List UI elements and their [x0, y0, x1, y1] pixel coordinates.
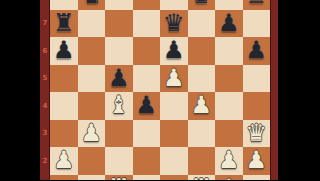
white-pawn: ♟	[80, 120, 102, 148]
square-a1	[50, 175, 78, 181]
square-b5	[78, 65, 106, 93]
square-g1: ♚	[215, 175, 243, 181]
rank-label-3: 3	[40, 128, 50, 138]
square-g2: ♟	[215, 147, 243, 175]
square-c7	[105, 10, 133, 38]
black-knight: ♞	[80, 0, 102, 10]
square-h6: ♟	[243, 37, 271, 65]
square-f2	[188, 147, 216, 175]
square-a2: ♟	[50, 147, 78, 175]
square-e3	[160, 120, 188, 148]
white-pawn: ♟	[53, 147, 75, 175]
square-g3	[215, 120, 243, 148]
square-f4: ♟	[188, 92, 216, 120]
square-b4	[78, 92, 106, 120]
white-pawn: ♟	[245, 147, 267, 175]
white-bishop: ♝	[108, 92, 130, 120]
square-g6	[215, 37, 243, 65]
square-b2	[78, 147, 106, 175]
square-e1	[160, 175, 188, 181]
square-d6	[133, 37, 161, 65]
black-pawn: ♟	[218, 10, 240, 38]
square-b6	[78, 37, 106, 65]
square-c1: ♜	[105, 175, 133, 181]
square-h8: ♜	[243, 0, 271, 10]
black-pawn: ♟	[53, 37, 75, 65]
square-h2: ♟	[243, 147, 271, 175]
square-a5	[50, 65, 78, 93]
white-rook: ♜	[108, 175, 130, 181]
square-h5	[243, 65, 271, 93]
square-b3: ♟	[78, 120, 106, 148]
letterbox-stage: ♞♚♜♜♛♟♟♟♟♟♟♝♟♟♟♛♟♟♟♜♜♚ 765432	[0, 0, 320, 180]
square-d3	[133, 120, 161, 148]
square-a3	[50, 120, 78, 148]
black-rook: ♜	[245, 0, 267, 10]
white-queen: ♛	[245, 120, 267, 148]
square-d4: ♟	[133, 92, 161, 120]
square-f6	[188, 37, 216, 65]
black-rook: ♜	[53, 10, 75, 38]
square-a4	[50, 92, 78, 120]
rank-label-5: 5	[40, 73, 50, 83]
white-king: ♚	[218, 175, 240, 181]
square-d1	[133, 175, 161, 181]
square-b8: ♞	[78, 0, 106, 10]
square-g4	[215, 92, 243, 120]
black-king: ♚	[190, 0, 212, 10]
square-c6	[105, 37, 133, 65]
rank-label-4: 4	[40, 101, 50, 111]
rank-label-6: 6	[40, 46, 50, 56]
rank-label-2: 2	[40, 156, 50, 166]
white-pawn: ♟	[163, 65, 185, 93]
square-b7	[78, 10, 106, 38]
black-pawn: ♟	[245, 37, 267, 65]
square-a7: ♜	[50, 10, 78, 38]
square-f7	[188, 10, 216, 38]
square-f5	[188, 65, 216, 93]
square-e7: ♛	[160, 10, 188, 38]
white-pawn: ♟	[190, 92, 212, 120]
rank-label-7: 7	[40, 18, 50, 28]
board-frame: ♞♚♜♜♛♟♟♟♟♟♟♝♟♟♟♛♟♟♟♜♜♚ 765432	[40, 0, 278, 180]
square-d2	[133, 147, 161, 175]
square-d7	[133, 10, 161, 38]
square-f3	[188, 120, 216, 148]
square-d8	[133, 0, 161, 10]
black-queen: ♛	[163, 10, 185, 38]
frame-right-edge	[270, 0, 271, 180]
square-d5	[133, 65, 161, 93]
square-c8	[105, 0, 133, 10]
square-c4: ♝	[105, 92, 133, 120]
square-g5	[215, 65, 243, 93]
square-b1	[78, 175, 106, 181]
square-c5: ♟	[105, 65, 133, 93]
chess-board: ♞♚♜♜♛♟♟♟♟♟♟♝♟♟♟♛♟♟♟♜♜♚	[50, 0, 270, 180]
square-h4	[243, 92, 271, 120]
square-f1: ♜	[188, 175, 216, 181]
square-h3: ♛	[243, 120, 271, 148]
square-e2	[160, 147, 188, 175]
square-g7: ♟	[215, 10, 243, 38]
square-a6: ♟	[50, 37, 78, 65]
white-rook: ♜	[190, 175, 212, 181]
square-h1	[243, 175, 271, 181]
square-e6: ♟	[160, 37, 188, 65]
square-e4	[160, 92, 188, 120]
black-pawn: ♟	[135, 92, 157, 120]
black-pawn: ♟	[108, 65, 130, 93]
white-pawn: ♟	[218, 147, 240, 175]
square-c3	[105, 120, 133, 148]
square-c2	[105, 147, 133, 175]
square-e5: ♟	[160, 65, 188, 93]
square-h7	[243, 10, 271, 38]
black-pawn: ♟	[163, 37, 185, 65]
square-f8: ♚	[188, 0, 216, 10]
